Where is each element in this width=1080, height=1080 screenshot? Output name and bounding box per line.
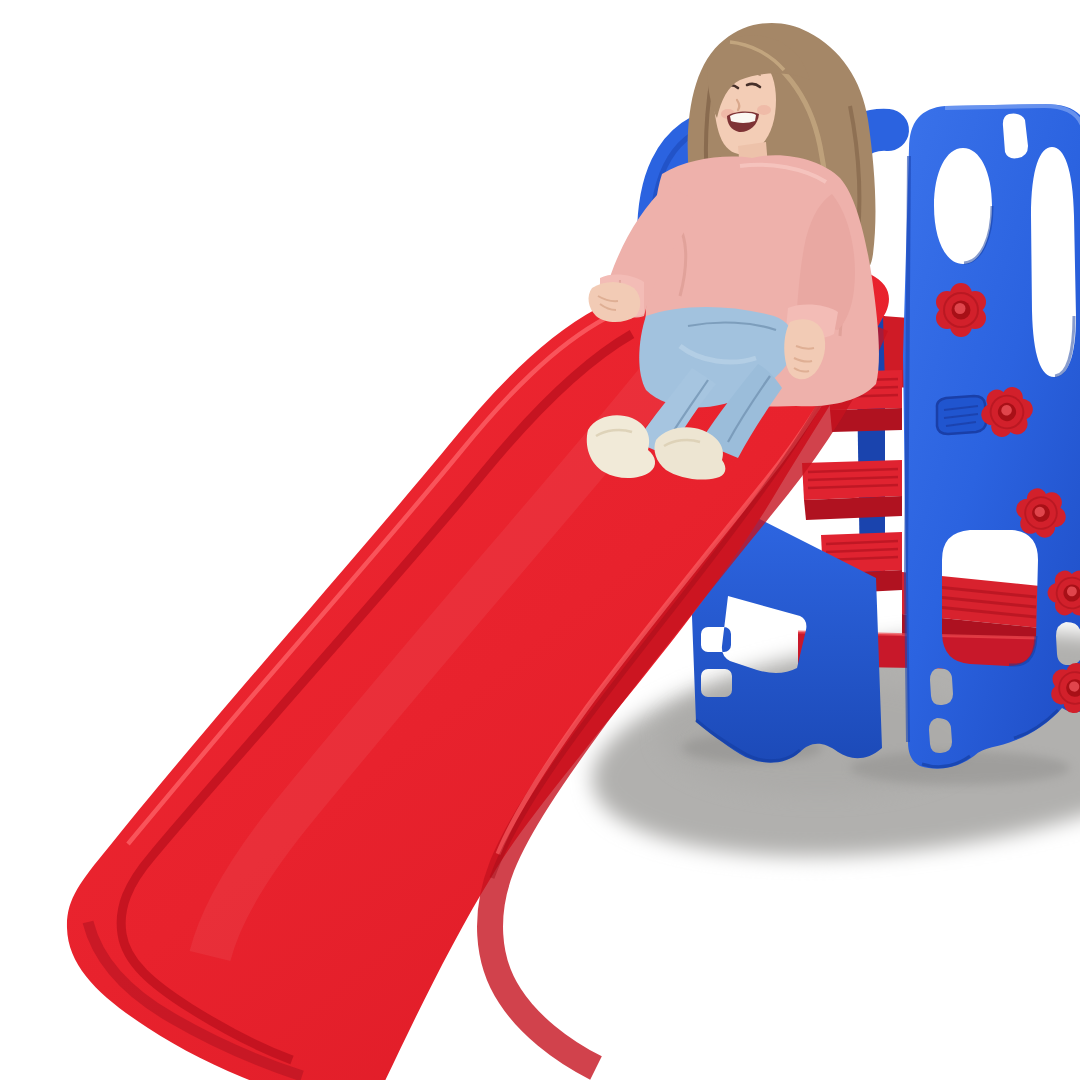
product-photo: Smiling toddler girl with long light-bro…	[40, 16, 1080, 1080]
embossed-badge	[937, 396, 986, 434]
ladder-step	[802, 460, 902, 520]
climbing-panel	[903, 104, 1080, 769]
cheek-right	[757, 105, 771, 115]
